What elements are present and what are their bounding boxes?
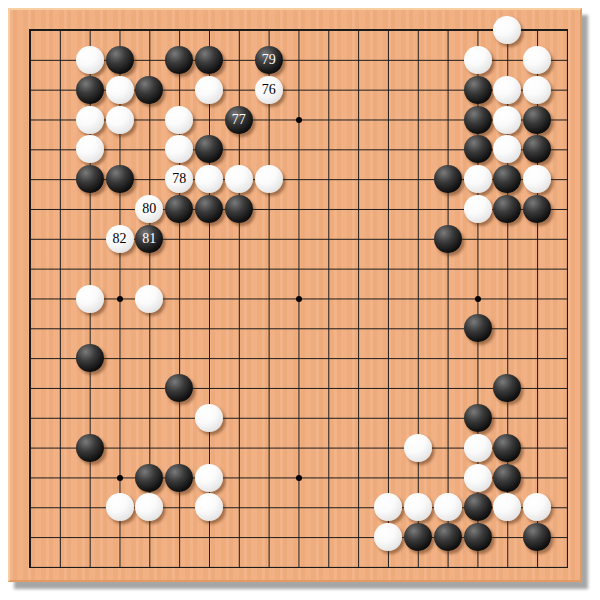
stone-white	[76, 46, 104, 74]
stone-white	[106, 76, 134, 104]
stone-white	[76, 106, 104, 134]
stone-black	[195, 135, 223, 163]
stone-white	[195, 493, 223, 521]
stone-black-move-79: 79	[255, 46, 283, 74]
stone-black	[165, 374, 193, 402]
stone-white	[76, 135, 104, 163]
stone-black	[404, 523, 432, 551]
stone-black	[464, 106, 492, 134]
star-point	[296, 117, 302, 123]
stone-white	[404, 493, 432, 521]
stone-white	[493, 16, 521, 44]
stone-black	[165, 195, 193, 223]
stone-white	[374, 493, 402, 521]
star-point	[117, 296, 123, 302]
stone-white	[464, 464, 492, 492]
stone-white-move-80: 80	[135, 195, 163, 223]
board-grid[interactable]: 79767778808281	[29, 29, 568, 568]
stone-black	[76, 76, 104, 104]
stone-black	[434, 225, 462, 253]
stone-black	[523, 195, 551, 223]
stone-white	[434, 493, 462, 521]
stone-black	[225, 195, 253, 223]
stone-black	[523, 523, 551, 551]
stone-black	[434, 523, 462, 551]
stone-white	[464, 165, 492, 193]
stone-black	[464, 493, 492, 521]
stone-black	[135, 464, 163, 492]
stone-white	[523, 493, 551, 521]
stone-white	[195, 76, 223, 104]
stone-black	[493, 165, 521, 193]
stone-white	[493, 135, 521, 163]
stone-white	[464, 434, 492, 462]
stone-white	[106, 493, 134, 521]
stone-white	[165, 106, 193, 134]
stone-white	[195, 464, 223, 492]
stone-black	[464, 404, 492, 432]
stone-black-move-77: 77	[225, 106, 253, 134]
stone-white	[523, 76, 551, 104]
stone-black	[493, 434, 521, 462]
stone-black	[493, 195, 521, 223]
star-point	[117, 475, 123, 481]
stone-white-move-82: 82	[106, 225, 134, 253]
stone-white	[404, 434, 432, 462]
stone-white	[493, 493, 521, 521]
stone-black	[464, 135, 492, 163]
stone-black-move-81: 81	[135, 225, 163, 253]
stone-white	[374, 523, 402, 551]
stone-white	[195, 404, 223, 432]
page-root: 79767778808281	[0, 0, 600, 600]
star-point	[475, 296, 481, 302]
stone-black	[493, 374, 521, 402]
stone-white	[464, 195, 492, 223]
stone-black	[76, 434, 104, 462]
star-point	[296, 475, 302, 481]
stone-black	[165, 464, 193, 492]
stone-black	[165, 46, 193, 74]
stone-white	[493, 106, 521, 134]
stone-white	[523, 165, 551, 193]
stone-black	[135, 76, 163, 104]
stone-black	[464, 314, 492, 342]
star-point	[296, 296, 302, 302]
stone-white	[106, 106, 134, 134]
stone-black	[106, 165, 134, 193]
stone-black	[464, 76, 492, 104]
stone-black	[76, 165, 104, 193]
stone-white	[493, 76, 521, 104]
stone-black	[195, 46, 223, 74]
stone-black	[464, 523, 492, 551]
stone-white-move-76: 76	[255, 76, 283, 104]
stone-black	[523, 135, 551, 163]
stone-black	[434, 165, 462, 193]
stone-white	[135, 493, 163, 521]
stone-black	[106, 46, 134, 74]
stone-white	[225, 165, 253, 193]
stone-white	[523, 46, 551, 74]
stone-white-move-78: 78	[165, 165, 193, 193]
stone-black	[76, 344, 104, 372]
stone-black	[493, 464, 521, 492]
stone-white	[195, 165, 223, 193]
stone-white	[255, 165, 283, 193]
stone-white	[76, 285, 104, 313]
go-board: 79767778808281	[8, 8, 582, 582]
stone-white	[165, 135, 193, 163]
stone-black	[195, 195, 223, 223]
stone-white	[464, 46, 492, 74]
stone-white	[135, 285, 163, 313]
stone-black	[523, 106, 551, 134]
